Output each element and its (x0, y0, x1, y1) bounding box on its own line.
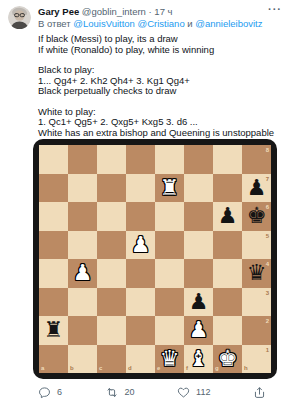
square-c6 (97, 202, 126, 231)
black-king-h6: ♚ (247, 205, 267, 227)
square-a5 (39, 231, 68, 260)
square-b7 (68, 174, 97, 203)
rank-label-7: 7 (266, 176, 269, 182)
mention-cristiano[interactable]: @Cristiano (138, 18, 185, 29)
file-label-h: h (244, 365, 248, 371)
square-c2 (97, 316, 126, 345)
black-pawn-f3: ♟ (189, 291, 209, 313)
square-h7: ♟7 (242, 174, 271, 203)
share-icon (253, 386, 266, 399)
square-b1: b (68, 345, 97, 374)
square-e7: ♜ (155, 174, 184, 203)
square-d5: ♟ (126, 231, 155, 260)
square-a4 (39, 259, 68, 288)
reply-conjunction: и (187, 18, 192, 29)
header-separator: · (149, 6, 152, 17)
rank-label-2: 2 (266, 318, 269, 324)
square-d3 (126, 288, 155, 317)
square-g3 (213, 288, 242, 317)
square-e1: ♛e (155, 345, 184, 374)
square-f8 (184, 145, 213, 174)
reply-context: В ответ @LouisVuitton @Cristiano и @anni… (38, 18, 264, 29)
reply-count: 6 (57, 387, 62, 397)
black-queen-h4: ♛ (247, 262, 267, 284)
square-b3 (68, 288, 97, 317)
avatar-image (8, 6, 31, 29)
square-c4 (97, 259, 126, 288)
rank-label-8: 8 (266, 147, 269, 153)
square-h5: 5 (242, 231, 271, 260)
square-g6: ♟ (213, 202, 242, 231)
white-bishop-f1: ♝ (189, 348, 209, 370)
square-g7 (213, 174, 242, 203)
author-handle[interactable]: @goblin_intern (82, 6, 146, 17)
white-pawn-b4: ♟ (73, 262, 93, 284)
rank-label-3: 3 (266, 290, 269, 296)
square-b2 (68, 316, 97, 345)
square-a7 (39, 174, 68, 203)
square-h6: ♚6 (242, 202, 271, 231)
square-b6 (68, 202, 97, 231)
more-options-button[interactable]: ··· (268, 4, 282, 14)
file-label-e: e (157, 365, 160, 371)
white-pawn-f2: ♟ (189, 319, 209, 341)
square-e6 (155, 202, 184, 231)
heart-icon (177, 386, 190, 399)
square-c8 (97, 145, 126, 174)
file-label-a: a (41, 365, 44, 371)
square-g1: ♚g (213, 345, 242, 374)
square-d7 (126, 174, 155, 203)
square-f3: ♟ (184, 288, 213, 317)
square-b4: ♟ (68, 259, 97, 288)
black-pawn-g6: ♟ (218, 205, 238, 227)
square-e3 (155, 288, 184, 317)
square-f7 (184, 174, 213, 203)
like-button[interactable]: 112 (177, 386, 210, 399)
square-b5 (68, 231, 97, 260)
retweet-count: 20 (125, 387, 135, 397)
square-f2: ♟ (184, 316, 213, 345)
square-f6 (184, 202, 213, 231)
square-h4: ♛4 (242, 259, 271, 288)
file-label-g: g (215, 365, 219, 371)
white-rook-e7: ♜ (160, 177, 180, 199)
file-label-b: b (70, 365, 74, 371)
square-d1: d (126, 345, 155, 374)
square-h8: 8 (242, 145, 271, 174)
square-f4 (184, 259, 213, 288)
tweet-text-line: 1. Qc1+ Qg5+ 2. Qxg5+ Kxg5 3. d6 ... (38, 117, 264, 128)
tweet-header: Gary Pee @goblin_intern · 17 ч (38, 6, 264, 17)
rank-label-5: 5 (266, 233, 269, 239)
square-e8 (155, 145, 184, 174)
square-a2: ♜ (39, 316, 68, 345)
tweet-time: 17 ч (154, 6, 172, 17)
square-f1: ♝f (184, 345, 213, 374)
chess-board: 8♜♟7♟♚6♟5♟♛4♟3♜♟2abcd♛e♝f♚gh1 (39, 145, 271, 373)
square-b8 (68, 145, 97, 174)
square-a8 (39, 145, 68, 174)
square-a1: a (39, 345, 68, 374)
file-label-f: f (186, 365, 188, 371)
reply-icon (38, 386, 51, 399)
tweet-text: If black (Messi) to play, its a drawIf w… (38, 34, 264, 138)
black-pawn-h7: ♟ (247, 177, 267, 199)
file-label-d: d (128, 365, 132, 371)
tweet-text-line: Black to play: (38, 65, 264, 76)
reply-button[interactable]: 6 (38, 386, 62, 399)
file-label-c: c (99, 365, 102, 371)
rank-label-4: 4 (266, 261, 269, 267)
retweet-icon (105, 386, 119, 399)
square-e5 (155, 231, 184, 260)
square-g2 (213, 316, 242, 345)
square-h3: 3 (242, 288, 271, 317)
square-d4 (126, 259, 155, 288)
tweet-text-line: White has an extra bishop and Queening i… (38, 128, 264, 139)
mention-louisvuitton[interactable]: @LouisVuitton (73, 18, 135, 29)
square-d2 (126, 316, 155, 345)
author-name[interactable]: Gary Pee (38, 6, 79, 17)
tweet-action-bar: 6 20 112 (38, 384, 266, 400)
avatar[interactable] (8, 6, 31, 29)
rank-label-1: 1 (266, 347, 269, 353)
rank-label-6: 6 (266, 204, 269, 210)
square-h2: 2 (242, 316, 271, 345)
square-e2 (155, 316, 184, 345)
square-c3 (97, 288, 126, 317)
share-button[interactable] (253, 386, 266, 399)
square-d8 (126, 145, 155, 174)
square-c5 (97, 231, 126, 260)
tweet-text-line: If black (Messi) to play, its a draw (38, 34, 264, 45)
white-pawn-d5: ♟ (131, 234, 151, 256)
white-queen-e1: ♛ (160, 348, 180, 370)
mention-annieleibovitz[interactable]: @annieleibovitz (195, 18, 262, 29)
square-c1: c (97, 345, 126, 374)
reply-prefix: В ответ (38, 18, 71, 29)
square-h1: h1 (242, 345, 271, 374)
square-e4 (155, 259, 184, 288)
white-king-g1: ♚ (218, 348, 238, 370)
square-g4 (213, 259, 242, 288)
tweet-text-line: If white (Ronaldo) to play, white is win… (38, 45, 264, 56)
square-c7 (97, 174, 126, 203)
square-a6 (39, 202, 68, 231)
square-d6 (126, 202, 155, 231)
square-g8 (213, 145, 242, 174)
like-count: 112 (196, 387, 210, 397)
chess-board-image[interactable]: 8♜♟7♟♚6♟5♟♛4♟3♜♟2abcd♛e♝f♚gh1 (33, 139, 277, 379)
square-g5 (213, 231, 242, 260)
tweet-text-line: Black perpetually checks to draw (38, 86, 264, 97)
square-f5 (184, 231, 213, 260)
black-rook-a2: ♜ (44, 319, 64, 341)
retweet-button[interactable]: 20 (105, 386, 135, 399)
square-a3 (39, 288, 68, 317)
